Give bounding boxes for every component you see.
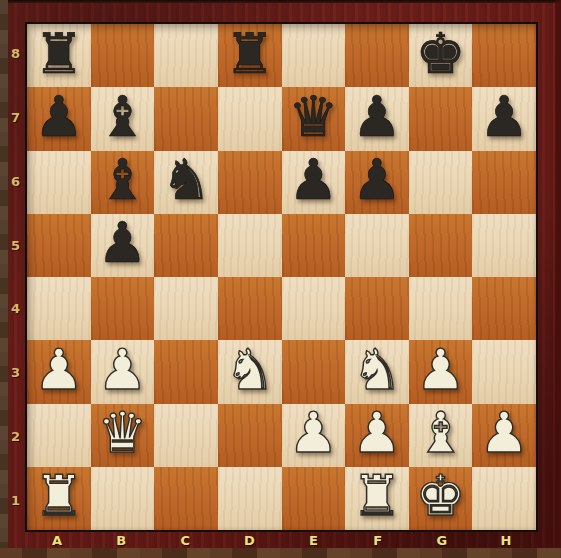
square-e2[interactable]: ♟ [282, 404, 346, 467]
file-label-e: E [282, 531, 346, 549]
frame-top-edge [0, 0, 561, 3]
file-label-f: F [346, 531, 410, 549]
square-h7[interactable]: ♟ [472, 87, 536, 150]
square-b3[interactable]: ♟ [91, 340, 155, 403]
piece-black-rook-d8[interactable]: ♜ [225, 26, 275, 82]
rank-labels: 87654321 [0, 22, 25, 532]
square-h3[interactable] [472, 340, 536, 403]
square-a1[interactable]: ♜ [27, 467, 91, 530]
piece-black-pawn-b5[interactable]: ♟ [97, 215, 147, 271]
piece-white-pawn-e2[interactable]: ♟ [288, 405, 338, 461]
file-label-d: D [217, 531, 281, 549]
square-c1[interactable] [154, 467, 218, 530]
file-label-g: G [410, 531, 474, 549]
piece-white-rook-f1[interactable]: ♜ [352, 468, 402, 524]
square-d5[interactable] [218, 214, 282, 277]
square-g8[interactable]: ♚ [409, 24, 473, 87]
square-c3[interactable] [154, 340, 218, 403]
chess-board: ♜♜♚♟♝♛♟♟♝♞♟♟♟♟♟♞♞♟♛♟♟♝♟♜♜♚ [25, 22, 538, 532]
piece-black-bishop-b7[interactable]: ♝ [97, 89, 147, 145]
square-b5[interactable]: ♟ [91, 214, 155, 277]
piece-white-pawn-a3[interactable]: ♟ [34, 342, 84, 398]
rank-label-4: 4 [0, 277, 25, 341]
file-label-a: A [25, 531, 89, 549]
frame-right-edge [555, 0, 561, 548]
square-f7[interactable]: ♟ [345, 87, 409, 150]
file-label-c: C [153, 531, 217, 549]
rank-label-8: 8 [0, 22, 25, 86]
piece-black-bishop-b6[interactable]: ♝ [97, 152, 147, 208]
square-b1[interactable] [91, 467, 155, 530]
piece-black-pawn-a7[interactable]: ♟ [34, 89, 84, 145]
square-c7[interactable] [154, 87, 218, 150]
square-a3[interactable]: ♟ [27, 340, 91, 403]
frame-bottom-wood-strip [0, 548, 561, 558]
square-e5[interactable] [282, 214, 346, 277]
piece-white-queen-b2[interactable]: ♛ [97, 405, 147, 461]
piece-white-pawn-h2[interactable]: ♟ [479, 405, 529, 461]
square-e7[interactable]: ♛ [282, 87, 346, 150]
piece-black-pawn-e6[interactable]: ♟ [288, 152, 338, 208]
piece-black-knight-c6[interactable]: ♞ [161, 152, 211, 208]
square-a4[interactable] [27, 277, 91, 340]
square-f5[interactable] [345, 214, 409, 277]
piece-white-rook-a1[interactable]: ♜ [34, 468, 84, 524]
piece-black-pawn-f7[interactable]: ♟ [352, 89, 402, 145]
square-h6[interactable] [472, 151, 536, 214]
rank-label-2: 2 [0, 405, 25, 469]
square-h8[interactable] [472, 24, 536, 87]
square-c8[interactable] [154, 24, 218, 87]
square-b8[interactable] [91, 24, 155, 87]
square-c6[interactable]: ♞ [154, 151, 218, 214]
square-g7[interactable] [409, 87, 473, 150]
square-d8[interactable]: ♜ [218, 24, 282, 87]
square-f1[interactable]: ♜ [345, 467, 409, 530]
square-d3[interactable]: ♞ [218, 340, 282, 403]
square-d6[interactable] [218, 151, 282, 214]
square-d1[interactable] [218, 467, 282, 530]
square-e4[interactable] [282, 277, 346, 340]
square-a8[interactable]: ♜ [27, 24, 91, 87]
square-a6[interactable] [27, 151, 91, 214]
rank-label-1: 1 [0, 468, 25, 532]
piece-black-queen-e7[interactable]: ♛ [288, 89, 338, 145]
piece-black-pawn-f6[interactable]: ♟ [352, 152, 402, 208]
square-d2[interactable] [218, 404, 282, 467]
square-a5[interactable] [27, 214, 91, 277]
square-h1[interactable] [472, 467, 536, 530]
piece-white-pawn-f2[interactable]: ♟ [352, 405, 402, 461]
piece-white-pawn-g3[interactable]: ♟ [415, 342, 465, 398]
rank-label-3: 3 [0, 341, 25, 405]
square-f4[interactable] [345, 277, 409, 340]
piece-black-king-g8[interactable]: ♚ [415, 26, 465, 82]
square-a2[interactable] [27, 404, 91, 467]
square-g3[interactable]: ♟ [409, 340, 473, 403]
square-g4[interactable] [409, 277, 473, 340]
square-h2[interactable]: ♟ [472, 404, 536, 467]
square-b2[interactable]: ♛ [91, 404, 155, 467]
piece-white-knight-f3[interactable]: ♞ [352, 342, 402, 398]
square-b6[interactable]: ♝ [91, 151, 155, 214]
square-a7[interactable]: ♟ [27, 87, 91, 150]
file-label-h: H [474, 531, 538, 549]
piece-white-king-g1[interactable]: ♚ [415, 468, 465, 524]
rank-label-6: 6 [0, 150, 25, 214]
square-c2[interactable] [154, 404, 218, 467]
file-labels: ABCDEFGH [25, 531, 538, 549]
piece-black-pawn-h7[interactable]: ♟ [479, 89, 529, 145]
square-g5[interactable] [409, 214, 473, 277]
square-g1[interactable]: ♚ [409, 467, 473, 530]
square-f6[interactable]: ♟ [345, 151, 409, 214]
square-b7[interactable]: ♝ [91, 87, 155, 150]
square-e3[interactable] [282, 340, 346, 403]
square-d4[interactable] [218, 277, 282, 340]
square-e8[interactable] [282, 24, 346, 87]
square-c4[interactable] [154, 277, 218, 340]
square-g2[interactable]: ♝ [409, 404, 473, 467]
square-c5[interactable] [154, 214, 218, 277]
square-f3[interactable]: ♞ [345, 340, 409, 403]
square-g6[interactable] [409, 151, 473, 214]
file-label-b: B [89, 531, 153, 549]
square-e6[interactable]: ♟ [282, 151, 346, 214]
square-d7[interactable] [218, 87, 282, 150]
piece-white-pawn-b3[interactable]: ♟ [97, 342, 147, 398]
square-f8[interactable] [345, 24, 409, 87]
square-e1[interactable] [282, 467, 346, 530]
piece-white-knight-d3[interactable]: ♞ [225, 342, 275, 398]
square-f2[interactable]: ♟ [345, 404, 409, 467]
square-b4[interactable] [91, 277, 155, 340]
rank-label-7: 7 [0, 86, 25, 150]
square-h5[interactable] [472, 214, 536, 277]
square-h4[interactable] [472, 277, 536, 340]
board-frame: ♜♜♚♟♝♛♟♟♝♞♟♟♟♟♟♞♞♟♛♟♟♝♟♜♜♚ 87654321 ABCD… [0, 0, 561, 558]
rank-label-5: 5 [0, 213, 25, 277]
piece-black-rook-a8[interactable]: ♜ [34, 26, 84, 82]
piece-white-bishop-g2[interactable]: ♝ [415, 405, 465, 461]
